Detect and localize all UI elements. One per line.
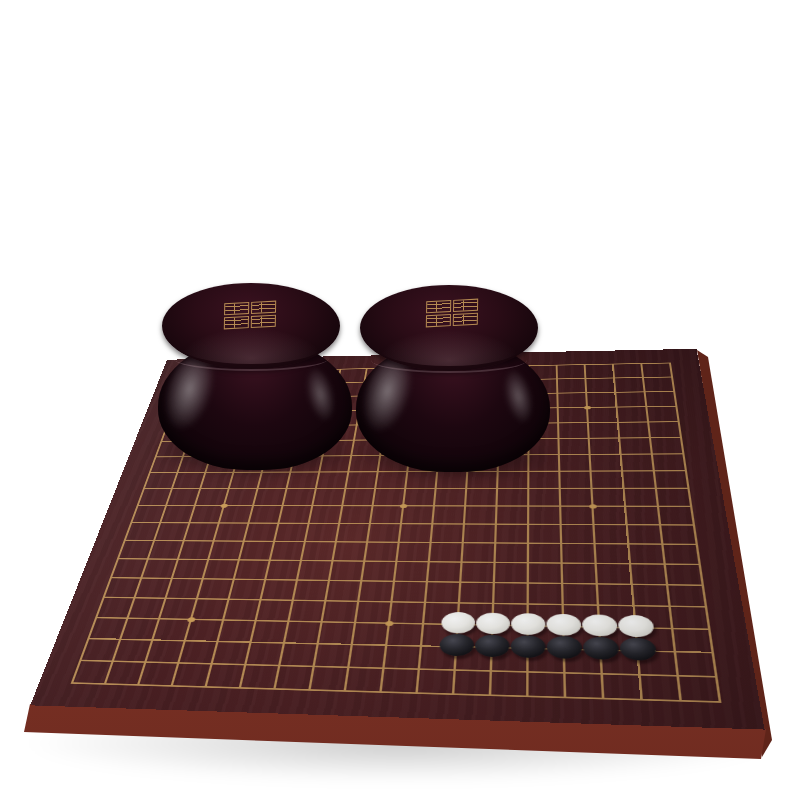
seal-glyph [426,314,451,327]
seal-glyph [453,313,478,326]
lid-seal-stamp-icon [224,301,276,330]
product-photo-stage [0,0,800,800]
seal-glyph [224,302,249,315]
star-point [220,503,228,507]
white-stone [475,612,510,634]
white-stone [546,613,581,635]
star-point [399,504,407,508]
seal-glyph [251,301,276,314]
seal-glyph [251,315,276,328]
star-point [583,406,590,410]
stone-bowl-left [158,280,352,472]
black-stone [546,635,582,658]
bowl-lid [162,283,340,369]
seal-glyph [453,299,478,312]
black-stone [510,635,545,658]
bowl-lid [360,285,538,371]
star-point [385,621,394,626]
seal-glyph [224,316,249,329]
seal-glyph [426,300,451,313]
star-point [589,504,597,508]
black-stone [438,633,473,656]
star-point [186,617,195,622]
lid-seal-stamp-icon [426,299,478,328]
white-stone [510,613,544,635]
stone-bowl-right [356,282,550,474]
white-stone [440,612,475,634]
black-stone [474,634,509,657]
